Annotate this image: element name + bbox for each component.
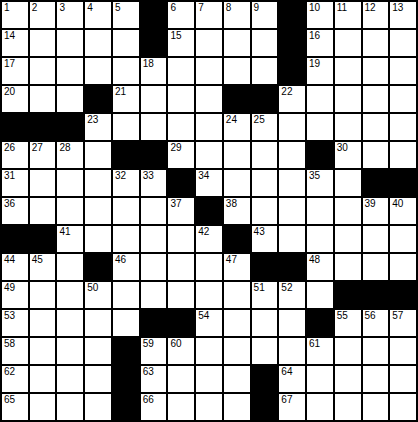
white-cell[interactable] <box>57 170 83 196</box>
white-cell[interactable] <box>168 394 194 420</box>
white-cell[interactable] <box>57 394 83 420</box>
white-cell[interactable] <box>85 198 111 224</box>
white-cell[interactable]: 58 <box>2 338 28 364</box>
white-cell[interactable]: 22 <box>279 86 305 112</box>
white-cell[interactable] <box>168 114 194 140</box>
clue-number: 58 <box>4 339 15 349</box>
white-cell[interactable] <box>224 282 250 308</box>
white-cell[interactable] <box>279 114 305 140</box>
clue-number: 50 <box>87 283 98 293</box>
white-cell[interactable] <box>85 170 111 196</box>
clue-number: 8 <box>226 3 232 13</box>
white-cell[interactable] <box>252 310 278 336</box>
white-cell[interactable] <box>113 30 139 56</box>
clue-number: 12 <box>365 3 376 13</box>
white-cell[interactable] <box>196 254 222 280</box>
black-cell <box>307 310 333 336</box>
clue-number: 33 <box>143 171 154 181</box>
clue-number: 22 <box>281 87 292 97</box>
white-cell[interactable]: 48 <box>307 254 333 280</box>
white-cell[interactable] <box>252 338 278 364</box>
white-cell[interactable] <box>363 114 389 140</box>
white-cell[interactable] <box>363 30 389 56</box>
white-cell[interactable]: 55 <box>335 310 361 336</box>
white-cell[interactable] <box>390 114 416 140</box>
white-cell[interactable]: 62 <box>2 366 28 392</box>
white-cell[interactable] <box>252 142 278 168</box>
white-cell[interactable]: 35 <box>307 170 333 196</box>
white-cell[interactable] <box>30 394 56 420</box>
clue-number: 13 <box>392 3 403 13</box>
white-cell[interactable] <box>335 170 361 196</box>
white-cell[interactable]: 66 <box>141 394 167 420</box>
black-cell <box>279 254 305 280</box>
black-cell <box>141 310 167 336</box>
clue-number: 36 <box>4 199 15 209</box>
clue-number: 63 <box>143 367 154 377</box>
white-cell[interactable] <box>85 58 111 84</box>
white-cell[interactable] <box>168 366 194 392</box>
white-cell[interactable] <box>279 142 305 168</box>
clue-number: 65 <box>4 395 15 405</box>
white-cell[interactable] <box>141 86 167 112</box>
white-cell[interactable] <box>224 142 250 168</box>
white-cell[interactable] <box>113 198 139 224</box>
white-cell[interactable]: 33 <box>141 170 167 196</box>
white-cell[interactable] <box>390 142 416 168</box>
white-cell[interactable]: 34 <box>196 170 222 196</box>
clue-number: 10 <box>309 3 320 13</box>
white-cell[interactable] <box>390 254 416 280</box>
white-cell[interactable] <box>335 114 361 140</box>
white-cell[interactable]: 14 <box>2 30 28 56</box>
clue-number: 31 <box>4 171 15 181</box>
clue-number: 19 <box>309 59 320 69</box>
white-cell[interactable] <box>307 282 333 308</box>
clue-number: 59 <box>143 339 154 349</box>
white-cell[interactable]: 5 <box>113 2 139 28</box>
white-cell[interactable] <box>30 310 56 336</box>
white-cell[interactable] <box>141 282 167 308</box>
black-cell <box>390 282 416 308</box>
white-cell[interactable] <box>113 310 139 336</box>
clue-number: 48 <box>309 255 320 265</box>
white-cell[interactable]: 2 <box>30 2 56 28</box>
white-cell[interactable] <box>224 310 250 336</box>
white-cell[interactable]: 26 <box>2 142 28 168</box>
white-cell[interactable] <box>85 142 111 168</box>
white-cell[interactable] <box>363 254 389 280</box>
white-cell[interactable] <box>390 30 416 56</box>
white-cell[interactable] <box>196 114 222 140</box>
black-cell <box>141 142 167 168</box>
white-cell[interactable] <box>363 58 389 84</box>
white-cell[interactable]: 40 <box>390 198 416 224</box>
white-cell[interactable]: 61 <box>307 338 333 364</box>
white-cell[interactable]: 65 <box>2 394 28 420</box>
black-cell <box>30 114 56 140</box>
white-cell[interactable]: 50 <box>85 282 111 308</box>
white-cell[interactable] <box>224 366 250 392</box>
white-cell[interactable] <box>196 30 222 56</box>
white-cell[interactable] <box>113 114 139 140</box>
white-cell[interactable]: 52 <box>279 282 305 308</box>
black-cell <box>252 366 278 392</box>
black-cell <box>252 254 278 280</box>
crossword-grid: 1234567891011121314151617181920212223242… <box>0 0 418 422</box>
clue-number: 62 <box>4 367 15 377</box>
white-cell[interactable] <box>30 86 56 112</box>
white-cell[interactable]: 59 <box>141 338 167 364</box>
white-cell[interactable] <box>113 282 139 308</box>
clue-number: 30 <box>337 143 348 153</box>
white-cell[interactable] <box>196 142 222 168</box>
clue-number: 42 <box>198 227 209 237</box>
clue-number: 45 <box>32 255 43 265</box>
white-cell[interactable] <box>141 254 167 280</box>
black-cell <box>307 142 333 168</box>
white-cell[interactable] <box>85 226 111 252</box>
white-cell[interactable] <box>390 366 416 392</box>
white-cell[interactable] <box>57 58 83 84</box>
black-cell <box>113 394 139 420</box>
white-cell[interactable]: 7 <box>196 2 222 28</box>
white-cell[interactable] <box>196 394 222 420</box>
clue-number: 20 <box>4 87 15 97</box>
white-cell[interactable]: 51 <box>252 282 278 308</box>
white-cell[interactable]: 67 <box>279 394 305 420</box>
white-cell[interactable]: 64 <box>279 366 305 392</box>
white-cell[interactable] <box>57 282 83 308</box>
white-cell[interactable]: 6 <box>168 2 194 28</box>
clue-number: 34 <box>198 171 209 181</box>
white-cell[interactable] <box>30 170 56 196</box>
clue-number: 61 <box>309 339 320 349</box>
clue-number: 55 <box>337 311 348 321</box>
white-cell[interactable] <box>252 198 278 224</box>
clue-number: 60 <box>170 339 181 349</box>
white-cell[interactable]: 11 <box>335 2 361 28</box>
white-cell[interactable]: 45 <box>30 254 56 280</box>
black-cell <box>85 254 111 280</box>
clue-number: 23 <box>87 115 98 125</box>
clue-number: 2 <box>32 3 38 13</box>
white-cell[interactable] <box>363 338 389 364</box>
white-cell[interactable] <box>335 338 361 364</box>
white-cell[interactable] <box>279 226 305 252</box>
clue-number: 46 <box>115 255 126 265</box>
white-cell[interactable] <box>85 366 111 392</box>
white-cell[interactable] <box>57 86 83 112</box>
white-cell[interactable] <box>224 58 250 84</box>
white-cell[interactable]: 24 <box>224 114 250 140</box>
white-cell[interactable] <box>363 142 389 168</box>
white-cell[interactable]: 37 <box>168 198 194 224</box>
white-cell[interactable]: 15 <box>168 30 194 56</box>
white-cell[interactable]: 63 <box>141 366 167 392</box>
clue-number: 39 <box>365 199 376 209</box>
clue-number: 21 <box>115 87 126 97</box>
clue-number: 37 <box>170 199 181 209</box>
white-cell[interactable] <box>307 198 333 224</box>
black-cell <box>2 114 28 140</box>
white-cell[interactable] <box>224 30 250 56</box>
white-cell[interactable]: 53 <box>2 310 28 336</box>
white-cell[interactable] <box>57 366 83 392</box>
white-cell[interactable]: 38 <box>224 198 250 224</box>
black-cell <box>252 394 278 420</box>
clue-number: 11 <box>337 3 347 13</box>
white-cell[interactable] <box>85 30 111 56</box>
white-cell[interactable] <box>335 226 361 252</box>
white-cell[interactable] <box>168 254 194 280</box>
clue-number: 64 <box>281 367 292 377</box>
white-cell[interactable] <box>196 86 222 112</box>
white-cell[interactable] <box>168 58 194 84</box>
white-cell[interactable]: 19 <box>307 58 333 84</box>
white-cell[interactable] <box>224 170 250 196</box>
black-cell <box>335 282 361 308</box>
white-cell[interactable] <box>196 282 222 308</box>
white-cell[interactable]: 20 <box>2 86 28 112</box>
clue-number: 9 <box>254 3 260 13</box>
white-cell[interactable] <box>141 226 167 252</box>
crossword-board: 1234567891011121314151617181920212223242… <box>0 0 418 422</box>
white-cell[interactable] <box>335 394 361 420</box>
white-cell[interactable]: 57 <box>390 310 416 336</box>
white-cell[interactable] <box>57 198 83 224</box>
clue-number: 51 <box>254 283 265 293</box>
black-cell <box>390 170 416 196</box>
clue-number: 15 <box>170 31 181 41</box>
white-cell[interactable] <box>335 30 361 56</box>
white-cell[interactable] <box>335 198 361 224</box>
white-cell[interactable] <box>390 338 416 364</box>
clue-number: 54 <box>198 311 209 321</box>
clue-number: 32 <box>115 171 126 181</box>
clue-number: 57 <box>392 311 403 321</box>
white-cell[interactable] <box>363 366 389 392</box>
white-cell[interactable] <box>335 86 361 112</box>
clue-number: 14 <box>4 31 15 41</box>
clue-number: 3 <box>59 3 65 13</box>
white-cell[interactable] <box>85 338 111 364</box>
white-cell[interactable]: 31 <box>2 170 28 196</box>
white-cell[interactable] <box>57 30 83 56</box>
white-cell[interactable]: 60 <box>168 338 194 364</box>
white-cell[interactable]: 13 <box>390 2 416 28</box>
white-cell[interactable]: 47 <box>224 254 250 280</box>
clue-number: 67 <box>281 395 292 405</box>
clue-number: 28 <box>59 143 70 153</box>
white-cell[interactable]: 29 <box>168 142 194 168</box>
clue-number: 49 <box>4 283 15 293</box>
clue-number: 56 <box>365 311 376 321</box>
white-cell[interactable] <box>168 86 194 112</box>
white-cell[interactable] <box>307 114 333 140</box>
white-cell[interactable] <box>279 198 305 224</box>
white-cell[interactable] <box>252 58 278 84</box>
black-cell <box>252 86 278 112</box>
white-cell[interactable]: 28 <box>57 142 83 168</box>
black-cell <box>113 338 139 364</box>
black-cell <box>363 282 389 308</box>
black-cell <box>141 30 167 56</box>
clue-number: 26 <box>4 143 15 153</box>
white-cell[interactable] <box>307 366 333 392</box>
white-cell[interactable]: 12 <box>363 2 389 28</box>
white-cell[interactable]: 21 <box>113 86 139 112</box>
white-cell[interactable] <box>307 394 333 420</box>
white-cell[interactable] <box>57 310 83 336</box>
black-cell <box>30 226 56 252</box>
white-cell[interactable] <box>390 394 416 420</box>
white-cell[interactable] <box>307 226 333 252</box>
white-cell[interactable] <box>224 338 250 364</box>
black-cell <box>363 170 389 196</box>
clue-number: 29 <box>170 143 181 153</box>
white-cell[interactable] <box>335 254 361 280</box>
clue-number: 17 <box>4 59 15 69</box>
white-cell[interactable] <box>335 58 361 84</box>
white-cell[interactable] <box>279 170 305 196</box>
white-cell[interactable] <box>85 394 111 420</box>
white-cell[interactable] <box>141 114 167 140</box>
white-cell[interactable] <box>196 366 222 392</box>
white-cell[interactable]: 18 <box>141 58 167 84</box>
white-cell[interactable] <box>30 366 56 392</box>
white-cell[interactable] <box>85 310 111 336</box>
white-cell[interactable] <box>252 30 278 56</box>
white-cell[interactable] <box>196 58 222 84</box>
white-cell[interactable] <box>335 366 361 392</box>
white-cell[interactable]: 43 <box>252 226 278 252</box>
clue-number: 18 <box>143 59 154 69</box>
clue-number: 7 <box>198 3 204 13</box>
white-cell[interactable] <box>390 58 416 84</box>
clue-number: 47 <box>226 255 237 265</box>
white-cell[interactable] <box>224 394 250 420</box>
black-cell <box>224 86 250 112</box>
black-cell <box>168 310 194 336</box>
white-cell[interactable] <box>307 86 333 112</box>
clue-number: 66 <box>143 395 154 405</box>
white-cell[interactable] <box>30 282 56 308</box>
white-cell[interactable] <box>57 338 83 364</box>
white-cell[interactable] <box>30 30 56 56</box>
white-cell[interactable]: 46 <box>113 254 139 280</box>
black-cell <box>113 142 139 168</box>
black-cell <box>57 114 83 140</box>
white-cell[interactable]: 23 <box>85 114 111 140</box>
clue-number: 53 <box>4 311 15 321</box>
black-cell <box>196 198 222 224</box>
clue-number: 52 <box>281 283 292 293</box>
black-cell <box>113 366 139 392</box>
white-cell[interactable] <box>363 226 389 252</box>
white-cell[interactable] <box>30 58 56 84</box>
white-cell[interactable]: 16 <box>307 30 333 56</box>
clue-number: 35 <box>309 171 320 181</box>
white-cell[interactable] <box>30 338 56 364</box>
clue-number: 40 <box>392 199 403 209</box>
clue-number: 16 <box>309 31 320 41</box>
white-cell[interactable]: 41 <box>57 226 83 252</box>
white-cell[interactable]: 32 <box>113 170 139 196</box>
white-cell[interactable] <box>279 338 305 364</box>
clue-number: 38 <box>226 199 237 209</box>
white-cell[interactable]: 49 <box>2 282 28 308</box>
white-cell[interactable]: 56 <box>363 310 389 336</box>
clue-number: 27 <box>32 143 43 153</box>
black-cell <box>2 226 28 252</box>
white-cell[interactable] <box>252 170 278 196</box>
white-cell[interactable] <box>168 282 194 308</box>
white-cell[interactable] <box>390 86 416 112</box>
black-cell <box>168 170 194 196</box>
clue-number: 44 <box>4 255 15 265</box>
white-cell[interactable] <box>168 226 194 252</box>
white-cell[interactable] <box>363 86 389 112</box>
white-cell[interactable] <box>113 226 139 252</box>
black-cell <box>279 30 305 56</box>
white-cell[interactable]: 25 <box>252 114 278 140</box>
white-cell[interactable] <box>279 310 305 336</box>
white-cell[interactable] <box>141 198 167 224</box>
white-cell[interactable]: 10 <box>307 2 333 28</box>
white-cell[interactable]: 30 <box>335 142 361 168</box>
white-cell[interactable] <box>30 198 56 224</box>
black-cell <box>279 2 305 28</box>
black-cell <box>224 226 250 252</box>
white-cell[interactable]: 42 <box>196 226 222 252</box>
clue-number: 25 <box>254 115 265 125</box>
white-cell[interactable] <box>390 226 416 252</box>
black-cell <box>279 58 305 84</box>
clue-number: 1 <box>4 3 10 13</box>
white-cell[interactable]: 39 <box>363 198 389 224</box>
clue-number: 24 <box>226 115 237 125</box>
white-cell[interactable]: 27 <box>30 142 56 168</box>
white-cell[interactable] <box>363 394 389 420</box>
white-cell[interactable]: 1 <box>2 2 28 28</box>
clue-number: 4 <box>87 3 93 13</box>
white-cell[interactable]: 3 <box>57 2 83 28</box>
clue-number: 6 <box>170 3 176 13</box>
white-cell[interactable]: 9 <box>252 2 278 28</box>
white-cell[interactable]: 54 <box>196 310 222 336</box>
white-cell[interactable]: 4 <box>85 2 111 28</box>
white-cell[interactable]: 36 <box>2 198 28 224</box>
white-cell[interactable] <box>196 338 222 364</box>
clue-number: 43 <box>254 227 265 237</box>
white-cell[interactable] <box>113 58 139 84</box>
black-cell <box>85 86 111 112</box>
white-cell[interactable]: 8 <box>224 2 250 28</box>
white-cell[interactable]: 17 <box>2 58 28 84</box>
black-cell <box>141 2 167 28</box>
clue-number: 5 <box>115 3 121 13</box>
white-cell[interactable]: 44 <box>2 254 28 280</box>
clue-number: 41 <box>59 227 70 237</box>
white-cell[interactable] <box>57 254 83 280</box>
